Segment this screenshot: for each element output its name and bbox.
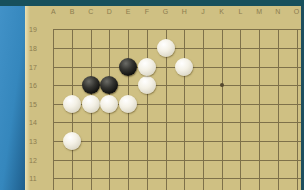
stone-white-B13[interactable]	[63, 132, 81, 150]
stone-white-F16[interactable]	[138, 76, 156, 94]
top-bar	[0, 0, 304, 6]
column-label-K: K	[219, 8, 224, 15]
app-screen: ABCDEFGHJKLMNO191817161514131211	[0, 0, 304, 190]
column-label-G: G	[163, 8, 168, 15]
grid-vline-M	[259, 29, 260, 190]
grid-hline-19	[53, 29, 301, 30]
stone-black-C16[interactable]	[82, 76, 100, 94]
grid-vline-K	[222, 29, 223, 190]
row-label-17: 17	[29, 63, 37, 70]
column-label-M: M	[256, 8, 262, 15]
grid-hline-14	[53, 122, 301, 123]
row-label-11: 11	[29, 175, 36, 182]
left-sidebar	[0, 0, 25, 190]
stone-white-H17[interactable]	[175, 58, 193, 76]
stone-white-D15[interactable]	[100, 95, 118, 113]
column-label-A: A	[51, 8, 56, 15]
column-label-F: F	[145, 8, 149, 15]
right-edge	[301, 0, 304, 190]
grid-vline-A	[53, 29, 54, 190]
stone-black-D16[interactable]	[100, 76, 118, 94]
column-label-D: D	[107, 8, 112, 15]
stone-white-B15[interactable]	[63, 95, 81, 113]
row-label-15: 15	[29, 100, 37, 107]
stone-white-G18[interactable]	[157, 39, 175, 57]
column-label-J: J	[201, 8, 205, 15]
column-label-O: O	[294, 8, 299, 15]
star-point-K16	[220, 83, 224, 87]
stone-white-E15[interactable]	[119, 95, 137, 113]
grid-vline-N	[278, 29, 279, 190]
column-label-N: N	[275, 8, 280, 15]
stone-white-F17[interactable]	[138, 58, 156, 76]
grid-vline-O	[297, 29, 298, 190]
grid-vline-F	[147, 29, 148, 190]
row-label-14: 14	[29, 119, 37, 126]
grid-hline-12	[53, 160, 301, 161]
row-label-19: 19	[29, 26, 37, 33]
board-layer: ABCDEFGHJKLMNO191817161514131211	[0, 0, 304, 190]
column-label-C: C	[88, 8, 93, 15]
grid-hline-18	[53, 48, 301, 49]
stone-white-C15[interactable]	[82, 95, 100, 113]
row-label-16: 16	[29, 82, 37, 89]
column-label-H: H	[182, 8, 187, 15]
grid-vline-H	[184, 29, 185, 190]
grid-hline-13	[53, 141, 301, 142]
grid-vline-J	[203, 29, 204, 190]
grid-vline-L	[240, 29, 241, 190]
row-label-12: 12	[29, 156, 37, 163]
column-label-L: L	[238, 8, 242, 15]
stone-black-E17[interactable]	[119, 58, 137, 76]
row-label-18: 18	[29, 44, 37, 51]
column-label-B: B	[70, 8, 75, 15]
row-label-13: 13	[29, 137, 37, 144]
grid-hline-11	[53, 178, 301, 179]
column-label-E: E	[126, 8, 131, 15]
